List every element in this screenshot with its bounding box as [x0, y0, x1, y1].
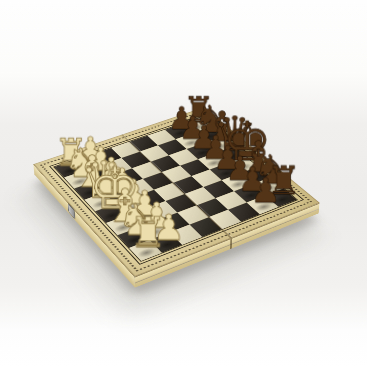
- square-h1: ♜: [129, 240, 162, 261]
- black-pawn-h7: ♟: [234, 173, 296, 207]
- white-rook-h1: ♜: [116, 212, 181, 253]
- fold-seam-edge: [230, 239, 232, 250]
- product-photo-background: chess ♜♟♟♜♞♟♟♞♝♟♟♝♛♟♟♛♚♟♟♚♝♟♟♝♞♟♟♞♜♟♟♜: [0, 0, 367, 367]
- photo-scene: ♜♟♟♜♞♟♟♞♝♟♟♝♛♟♟♛♚♟♟♚♝♟♟♝♞♟♟♞♜♟♟♜: [0, 0, 367, 367]
